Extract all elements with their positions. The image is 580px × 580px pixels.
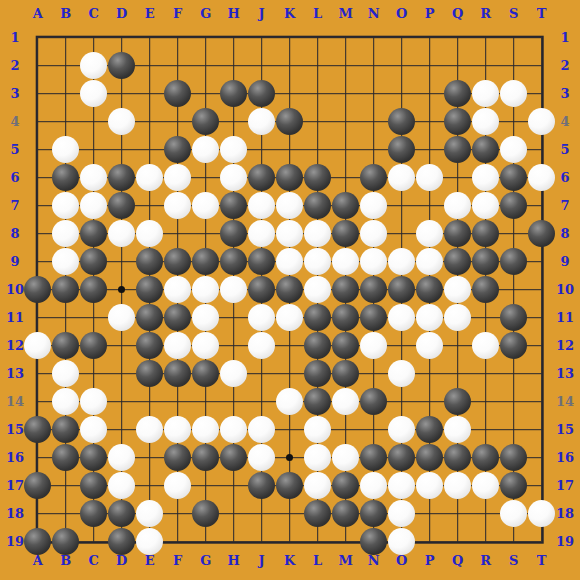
col-label-bottom-J: J [250, 554, 274, 568]
row-label-right-5: 5 [553, 143, 577, 157]
col-label-top-H: H [222, 7, 246, 21]
row-label-right-10: 10 [553, 283, 577, 297]
row-label-left-9: 9 [3, 255, 27, 269]
row-label-right-9: 9 [553, 255, 577, 269]
col-label-bottom-T: T [530, 554, 554, 568]
row-label-right-1: 1 [553, 31, 577, 45]
col-label-top-T: T [530, 7, 554, 21]
row-label-right-13: 13 [553, 367, 577, 381]
row-label-left-13: 13 [3, 367, 27, 381]
row-label-left-11: 11 [3, 311, 27, 325]
col-label-top-C: C [82, 7, 106, 21]
col-label-top-N: N [362, 7, 386, 21]
row-label-right-7: 7 [553, 199, 577, 213]
go-board[interactable]: AABBCCDDEEFFGGHHJJKKLLMMNNOOPPQQRRSSTT11… [0, 0, 580, 580]
row-label-left-14: 14 [3, 395, 27, 409]
col-label-bottom-S: S [502, 554, 526, 568]
col-label-top-P: P [418, 7, 442, 21]
col-label-bottom-R: R [474, 554, 498, 568]
row-label-right-8: 8 [553, 227, 577, 241]
row-label-right-16: 16 [553, 451, 577, 465]
col-label-top-A: A [26, 7, 50, 21]
row-label-left-6: 6 [3, 171, 27, 185]
col-label-bottom-D: D [110, 554, 134, 568]
col-label-top-E: E [138, 7, 162, 21]
col-label-top-F: F [166, 7, 190, 21]
row-label-left-3: 3 [3, 87, 27, 101]
col-label-top-S: S [502, 7, 526, 21]
row-label-left-4: 4 [3, 115, 27, 129]
row-label-right-19: 19 [553, 535, 577, 549]
col-label-bottom-O: O [390, 554, 414, 568]
row-label-right-12: 12 [553, 339, 577, 353]
col-label-bottom-L: L [306, 554, 330, 568]
row-label-left-8: 8 [3, 227, 27, 241]
col-label-bottom-M: M [334, 554, 358, 568]
row-label-left-7: 7 [3, 199, 27, 213]
col-label-top-Q: Q [446, 7, 470, 21]
row-label-right-14: 14 [553, 395, 577, 409]
col-label-bottom-H: H [222, 554, 246, 568]
row-label-left-1: 1 [3, 31, 27, 45]
col-label-bottom-N: N [362, 554, 386, 568]
row-label-left-5: 5 [3, 143, 27, 157]
col-label-top-L: L [306, 7, 330, 21]
col-label-top-J: J [250, 7, 274, 21]
col-label-top-R: R [474, 7, 498, 21]
row-label-left-18: 18 [3, 507, 27, 521]
row-label-right-3: 3 [553, 87, 577, 101]
col-label-bottom-P: P [418, 554, 442, 568]
col-label-top-M: M [334, 7, 358, 21]
col-label-bottom-B: B [54, 554, 78, 568]
col-label-bottom-C: C [82, 554, 106, 568]
col-label-bottom-K: K [278, 554, 302, 568]
row-label-right-15: 15 [553, 423, 577, 437]
row-label-right-11: 11 [553, 311, 577, 325]
col-label-top-O: O [390, 7, 414, 21]
col-label-top-K: K [278, 7, 302, 21]
col-label-top-B: B [54, 7, 78, 21]
col-label-bottom-E: E [138, 554, 162, 568]
row-label-right-2: 2 [553, 59, 577, 73]
row-label-right-17: 17 [553, 479, 577, 493]
col-label-top-D: D [110, 7, 134, 21]
col-label-bottom-A: A [26, 554, 50, 568]
row-label-right-6: 6 [553, 171, 577, 185]
row-label-right-18: 18 [553, 507, 577, 521]
col-label-bottom-G: G [194, 554, 218, 568]
row-label-right-4: 4 [553, 115, 577, 129]
col-label-bottom-Q: Q [446, 554, 470, 568]
col-label-bottom-F: F [166, 554, 190, 568]
row-label-left-2: 2 [3, 59, 27, 73]
row-label-left-16: 16 [3, 451, 27, 465]
col-label-top-G: G [194, 7, 218, 21]
